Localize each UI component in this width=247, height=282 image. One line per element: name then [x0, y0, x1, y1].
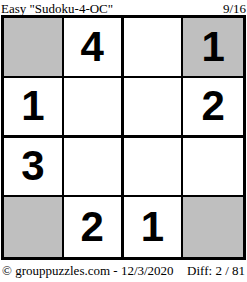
cell-r2c0-given: 3 — [4, 138, 64, 198]
cell-r3c0-empty[interactable] — [4, 197, 64, 257]
puzzle-title: Easy "Sudoku-4-OC" — [1, 2, 113, 15]
cell-r1c1-empty[interactable] — [64, 78, 124, 138]
sudoku-board: 4112321 — [1, 15, 246, 260]
cell-r0c1-given: 4 — [64, 18, 124, 78]
cell-r1c0-given: 1 — [4, 78, 64, 138]
cell-r0c3-given: 1 — [183, 18, 243, 78]
cell-r0c0-empty[interactable] — [4, 18, 64, 78]
puzzle-counter: 9/16 — [223, 2, 246, 15]
puzzle-footer: © grouppuzzles.com - 12/3/2020 Diff: 2 /… — [0, 260, 247, 278]
difficulty-text: Diff: 2 / 81 — [187, 264, 245, 278]
cell-r3c2-given: 1 — [124, 197, 184, 257]
cell-r2c1-empty[interactable] — [64, 138, 124, 198]
cell-r3c1-given: 2 — [64, 197, 124, 257]
copyright-text: © grouppuzzles.com - 12/3/2020 — [2, 264, 174, 278]
cell-r1c3-given: 2 — [183, 78, 243, 138]
cell-r2c3-empty[interactable] — [183, 138, 243, 198]
cell-r3c3-empty[interactable] — [183, 197, 243, 257]
cell-r0c2-empty[interactable] — [124, 18, 184, 78]
puzzle-header: Easy "Sudoku-4-OC" 9/16 — [0, 0, 247, 15]
cell-r2c2-empty[interactable] — [124, 138, 184, 198]
cell-r1c2-empty[interactable] — [124, 78, 184, 138]
